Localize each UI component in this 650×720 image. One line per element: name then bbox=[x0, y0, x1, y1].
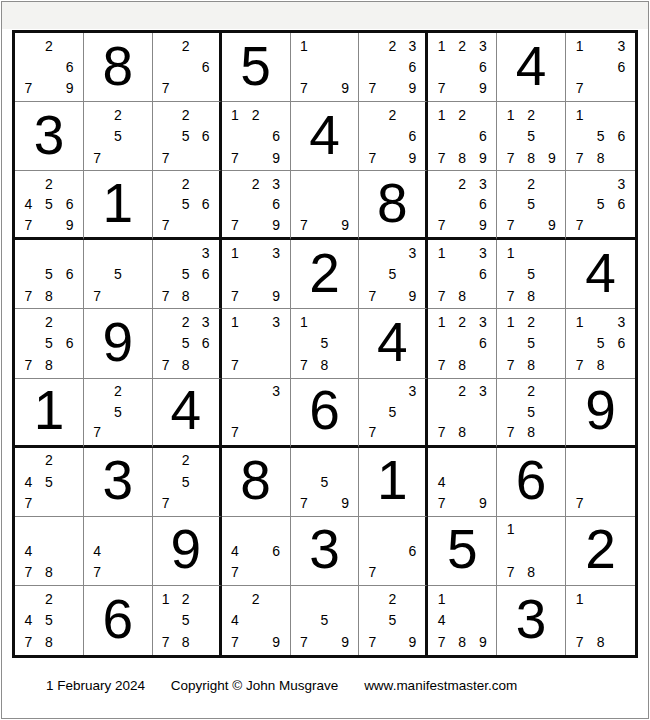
pencil-mark-9 bbox=[59, 354, 80, 375]
pencil-marks: 25678 bbox=[15, 309, 83, 377]
pencil-mark-5: 5 bbox=[176, 264, 196, 285]
pencil-mark-9: 9 bbox=[473, 147, 494, 168]
pencil-mark-3 bbox=[473, 450, 494, 471]
pencil-mark-9 bbox=[541, 422, 562, 443]
pencil-mark-4: 4 bbox=[18, 471, 39, 492]
pencil-mark-6 bbox=[402, 610, 422, 632]
pencil-mark-4 bbox=[156, 56, 176, 77]
pencil-mark-2: 2 bbox=[39, 588, 60, 610]
pencil-mark-8 bbox=[176, 147, 196, 168]
cell-r2c3[interactable]: 2567 bbox=[153, 102, 222, 171]
pencil-marks: 257 bbox=[84, 102, 152, 170]
cell-r4c2[interactable]: 57 bbox=[84, 240, 153, 309]
cell-r3c7[interactable]: 23679 bbox=[428, 171, 497, 240]
pencil-mark-2: 2 bbox=[382, 104, 402, 125]
pencil-mark-6 bbox=[541, 333, 562, 354]
pencil-mark-7: 7 bbox=[569, 78, 590, 99]
cell-r4c7[interactable]: 13678 bbox=[428, 240, 497, 309]
pencil-mark-7: 7 bbox=[18, 215, 39, 236]
pencil-mark-8: 8 bbox=[452, 422, 473, 443]
pencil-mark-4 bbox=[569, 610, 590, 632]
pencil-mark-1: 1 bbox=[569, 35, 590, 56]
pencil-marks: 235678 bbox=[153, 309, 219, 377]
footer: 1 February 2024 Copyright © John Musgrav… bbox=[46, 678, 517, 693]
cell-r6c9[interactable]: 9 bbox=[566, 379, 635, 448]
pencil-mark-5: 5 bbox=[108, 264, 129, 285]
pencil-mark-8 bbox=[108, 147, 129, 168]
pencil-mark-1 bbox=[18, 450, 39, 471]
cell-r5c5[interactable]: 1578 bbox=[291, 309, 360, 378]
pencil-mark-8 bbox=[590, 78, 611, 99]
pencil-mark-3 bbox=[266, 588, 287, 610]
cell-r9c2[interactable]: 6 bbox=[84, 586, 153, 655]
pencil-marks: 35678 bbox=[153, 240, 219, 308]
pencil-mark-7: 7 bbox=[225, 562, 246, 583]
pencil-mark-8: 8 bbox=[452, 631, 473, 653]
cell-r9c5[interactable]: 579 bbox=[291, 586, 360, 655]
pencil-mark-2 bbox=[452, 588, 473, 610]
pencil-mark-8 bbox=[590, 492, 611, 513]
pencil-mark-3: 3 bbox=[473, 381, 494, 402]
pencil-mark-1 bbox=[362, 35, 382, 56]
pencil-mark-7: 7 bbox=[362, 631, 382, 653]
pencil-mark-3 bbox=[59, 35, 80, 56]
cell-r6c4[interactable]: 37 bbox=[222, 379, 291, 448]
cell-r1c4[interactable]: 5 bbox=[222, 33, 291, 102]
pencil-mark-5: 5 bbox=[521, 264, 542, 285]
pencil-mark-3 bbox=[59, 519, 80, 540]
cell-r6c5[interactable]: 6 bbox=[291, 379, 360, 448]
pencil-mark-6: 6 bbox=[473, 194, 494, 215]
cell-r6c7[interactable]: 2378 bbox=[428, 379, 497, 448]
pencil-mark-5 bbox=[452, 401, 473, 422]
solved-digit: 1 bbox=[103, 176, 134, 231]
pencil-mark-4: 4 bbox=[18, 610, 39, 632]
pencil-mark-9: 9 bbox=[473, 215, 494, 236]
cell-r3c5[interactable]: 79 bbox=[291, 171, 360, 240]
cell-r6c3[interactable]: 4 bbox=[153, 379, 222, 448]
pencil-mark-2 bbox=[382, 519, 402, 540]
cell-r6c1[interactable]: 1 bbox=[15, 379, 84, 448]
pencil-marks: 467 bbox=[222, 517, 290, 585]
pencil-mark-2: 2 bbox=[108, 104, 129, 125]
cell-r8c4[interactable]: 467 bbox=[222, 517, 291, 586]
pencil-mark-1: 1 bbox=[225, 311, 246, 332]
cell-r1c7[interactable]: 123679 bbox=[428, 33, 497, 102]
cell-r3c8[interactable]: 2579 bbox=[497, 171, 566, 240]
pencil-mark-9: 9 bbox=[473, 492, 494, 513]
pencil-mark-7: 7 bbox=[294, 492, 315, 513]
pencil-mark-6: 6 bbox=[196, 125, 216, 146]
pencil-mark-9 bbox=[473, 285, 494, 306]
cell-r8c6[interactable]: 67 bbox=[359, 517, 428, 586]
pencil-mark-5 bbox=[521, 540, 542, 561]
pencil-mark-1 bbox=[156, 173, 176, 194]
solved-digit: 9 bbox=[585, 383, 616, 438]
cell-r7c4[interactable]: 8 bbox=[222, 448, 291, 517]
cell-r4c4[interactable]: 1379 bbox=[222, 240, 291, 309]
cell-r2c2[interactable]: 257 bbox=[84, 102, 153, 171]
pencil-mark-3 bbox=[128, 104, 149, 125]
pencil-mark-2 bbox=[521, 242, 542, 263]
pencil-mark-1 bbox=[18, 519, 39, 540]
pencil-mark-8: 8 bbox=[39, 285, 60, 306]
pencil-mark-5: 5 bbox=[39, 610, 60, 632]
pencil-mark-2 bbox=[108, 519, 129, 540]
cell-r3c6[interactable]: 8 bbox=[359, 171, 428, 240]
pencil-marks: 178 bbox=[566, 586, 635, 655]
pencil-mark-2: 2 bbox=[108, 381, 129, 402]
pencil-mark-7: 7 bbox=[500, 422, 521, 443]
pencil-mark-2 bbox=[590, 104, 611, 125]
cell-r4c8[interactable]: 1578 bbox=[497, 240, 566, 309]
pencil-mark-3 bbox=[541, 104, 562, 125]
cell-r3c2[interactable]: 1 bbox=[84, 171, 153, 240]
pencil-mark-9: 9 bbox=[473, 78, 494, 99]
pencil-mark-3 bbox=[335, 450, 356, 471]
cell-r1c3[interactable]: 267 bbox=[153, 33, 222, 102]
cell-r3c4[interactable]: 23679 bbox=[222, 171, 291, 240]
cell-r9c1[interactable]: 24578 bbox=[15, 586, 84, 655]
cell-r5c3[interactable]: 235678 bbox=[153, 309, 222, 378]
pencil-mark-8: 8 bbox=[176, 285, 196, 306]
pencil-mark-9: 9 bbox=[266, 631, 287, 653]
pencil-mark-5: 5 bbox=[39, 194, 60, 215]
pencil-mark-5: 5 bbox=[108, 125, 129, 146]
pencil-mark-7: 7 bbox=[431, 354, 452, 375]
pencil-mark-1 bbox=[362, 381, 382, 402]
pencil-mark-9 bbox=[402, 562, 422, 583]
cell-r2c8[interactable]: 125789 bbox=[497, 102, 566, 171]
pencil-mark-9 bbox=[541, 354, 562, 375]
pencil-mark-9 bbox=[196, 147, 216, 168]
pencil-mark-9 bbox=[611, 492, 632, 513]
pencil-mark-6 bbox=[266, 264, 287, 285]
pencil-mark-4 bbox=[362, 56, 382, 77]
cell-r8c8[interactable]: 178 bbox=[497, 517, 566, 586]
cell-r4c9[interactable]: 4 bbox=[566, 240, 635, 309]
pencil-mark-6: 6 bbox=[402, 56, 422, 77]
pencil-mark-5: 5 bbox=[590, 194, 611, 215]
pencil-mark-7: 7 bbox=[18, 78, 39, 99]
cell-r9c3[interactable]: 12578 bbox=[153, 586, 222, 655]
pencil-mark-9: 9 bbox=[266, 285, 287, 306]
pencil-mark-6: 6 bbox=[59, 333, 80, 354]
cell-r1c1[interactable]: 2679 bbox=[15, 33, 84, 102]
pencil-mark-8 bbox=[245, 631, 266, 653]
pencil-mark-3 bbox=[266, 519, 287, 540]
cell-r7c7[interactable]: 479 bbox=[428, 448, 497, 517]
pencil-mark-7: 7 bbox=[500, 147, 521, 168]
solved-digit: 6 bbox=[516, 453, 547, 508]
pencil-mark-5 bbox=[452, 56, 473, 77]
pencil-mark-1: 1 bbox=[431, 588, 452, 610]
cell-r5c1[interactable]: 25678 bbox=[15, 309, 84, 378]
pencil-marks: 23679 bbox=[359, 33, 425, 101]
pencil-mark-1 bbox=[156, 450, 176, 471]
pencil-mark-2: 2 bbox=[382, 588, 402, 610]
cell-r5c4[interactable]: 137 bbox=[222, 309, 291, 378]
pencil-mark-2 bbox=[245, 242, 266, 263]
pencil-mark-2: 2 bbox=[245, 173, 266, 194]
pencil-mark-7: 7 bbox=[431, 78, 452, 99]
pencil-mark-2: 2 bbox=[452, 104, 473, 125]
cell-r9c6[interactable]: 2579 bbox=[359, 586, 428, 655]
pencil-mark-4 bbox=[156, 125, 176, 146]
cell-r1c2[interactable]: 8 bbox=[84, 33, 153, 102]
pencil-mark-6: 6 bbox=[402, 540, 422, 561]
cell-r2c9[interactable]: 15678 bbox=[566, 102, 635, 171]
cell-r2c4[interactable]: 12679 bbox=[222, 102, 291, 171]
pencil-mark-5: 5 bbox=[39, 471, 60, 492]
pencil-mark-8 bbox=[176, 215, 196, 236]
cell-r8c7[interactable]: 5 bbox=[428, 517, 497, 586]
cell-r8c2[interactable]: 47 bbox=[84, 517, 153, 586]
cell-r7c6[interactable]: 1 bbox=[359, 448, 428, 517]
cell-r1c8[interactable]: 4 bbox=[497, 33, 566, 102]
pencil-mark-8 bbox=[314, 78, 335, 99]
pencil-mark-8: 8 bbox=[39, 631, 60, 653]
pencil-mark-9 bbox=[128, 147, 149, 168]
pencil-mark-1 bbox=[431, 173, 452, 194]
cell-r9c8[interactable]: 3 bbox=[497, 586, 566, 655]
pencil-mark-1 bbox=[18, 35, 39, 56]
cell-r7c8[interactable]: 6 bbox=[497, 448, 566, 517]
pencil-mark-9 bbox=[128, 562, 149, 583]
pencil-mark-2 bbox=[590, 311, 611, 332]
pencil-mark-4 bbox=[431, 125, 452, 146]
pencil-mark-6 bbox=[335, 56, 356, 77]
pencil-mark-5: 5 bbox=[176, 333, 196, 354]
pencil-marks: 123678 bbox=[428, 309, 496, 377]
pencil-mark-3: 3 bbox=[402, 35, 422, 56]
pencil-mark-6 bbox=[128, 540, 149, 561]
pencil-mark-3 bbox=[541, 311, 562, 332]
pencil-mark-1 bbox=[294, 588, 315, 610]
cell-r5c6[interactable]: 4 bbox=[359, 309, 428, 378]
pencil-mark-8 bbox=[108, 422, 129, 443]
cell-r1c6[interactable]: 23679 bbox=[359, 33, 428, 102]
pencil-mark-6: 6 bbox=[473, 56, 494, 77]
pencil-marks: 2567 bbox=[153, 171, 219, 237]
solved-digit: 6 bbox=[309, 383, 340, 438]
pencil-mark-2 bbox=[314, 450, 335, 471]
cell-r2c7[interactable]: 126789 bbox=[428, 102, 497, 171]
cell-r2c6[interactable]: 2679 bbox=[359, 102, 428, 171]
cell-r7c3[interactable]: 257 bbox=[153, 448, 222, 517]
cell-r8c5[interactable]: 3 bbox=[291, 517, 360, 586]
cell-r5c8[interactable]: 12578 bbox=[497, 309, 566, 378]
pencil-marks: 12578 bbox=[497, 309, 565, 377]
cell-r7c2[interactable]: 3 bbox=[84, 448, 153, 517]
pencil-mark-6 bbox=[266, 401, 287, 422]
pencil-mark-7: 7 bbox=[431, 492, 452, 513]
pencil-mark-4 bbox=[431, 194, 452, 215]
pencil-mark-5 bbox=[245, 264, 266, 285]
pencil-mark-3: 3 bbox=[266, 381, 287, 402]
pencil-mark-8: 8 bbox=[314, 354, 335, 375]
pencil-mark-2: 2 bbox=[521, 104, 542, 125]
pencil-mark-5: 5 bbox=[314, 471, 335, 492]
pencil-marks: 57 bbox=[84, 240, 152, 308]
pencil-mark-1 bbox=[156, 104, 176, 125]
pencil-marks: 479 bbox=[428, 448, 496, 516]
pencil-mark-2 bbox=[245, 311, 266, 332]
pencil-mark-4 bbox=[87, 125, 108, 146]
cell-r9c9[interactable]: 178 bbox=[566, 586, 635, 655]
pencil-mark-7: 7 bbox=[18, 562, 39, 583]
pencil-mark-1 bbox=[87, 381, 108, 402]
top-strip bbox=[2, 2, 648, 29]
cell-r5c2[interactable]: 9 bbox=[84, 309, 153, 378]
cell-r4c5[interactable]: 2 bbox=[291, 240, 360, 309]
cell-r3c9[interactable]: 3567 bbox=[566, 171, 635, 240]
pencil-mark-8: 8 bbox=[590, 631, 611, 653]
cell-r8c3[interactable]: 9 bbox=[153, 517, 222, 586]
cell-r2c5[interactable]: 4 bbox=[291, 102, 360, 171]
pencil-mark-4 bbox=[569, 194, 590, 215]
pencil-mark-1 bbox=[362, 242, 382, 263]
pencil-mark-4 bbox=[18, 333, 39, 354]
pencil-mark-8 bbox=[452, 78, 473, 99]
pencil-mark-3 bbox=[196, 173, 216, 194]
pencil-mark-1 bbox=[362, 519, 382, 540]
cell-r8c1[interactable]: 478 bbox=[15, 517, 84, 586]
pencil-marks: 23679 bbox=[428, 171, 496, 237]
pencil-mark-5 bbox=[245, 125, 266, 146]
pencil-mark-6 bbox=[541, 540, 562, 561]
pencil-mark-9 bbox=[335, 354, 356, 375]
pencil-mark-7: 7 bbox=[156, 285, 176, 306]
pencil-marks: 245679 bbox=[15, 171, 83, 237]
pencil-marks: 1578 bbox=[497, 240, 565, 308]
cell-r9c7[interactable]: 14789 bbox=[428, 586, 497, 655]
cell-r7c1[interactable]: 2457 bbox=[15, 448, 84, 517]
pencil-mark-8: 8 bbox=[521, 422, 542, 443]
pencil-mark-3 bbox=[128, 381, 149, 402]
pencil-mark-3: 3 bbox=[473, 173, 494, 194]
pencil-marks: 47 bbox=[84, 517, 152, 585]
pencil-mark-7: 7 bbox=[225, 285, 246, 306]
pencil-mark-7: 7 bbox=[225, 631, 246, 653]
pencil-mark-5: 5 bbox=[108, 401, 129, 422]
pencil-mark-4 bbox=[225, 401, 246, 422]
pencil-mark-3 bbox=[196, 104, 216, 125]
pencil-mark-2: 2 bbox=[39, 311, 60, 332]
pencil-mark-1: 1 bbox=[225, 104, 246, 125]
pencil-mark-1 bbox=[156, 311, 176, 332]
pencil-mark-4 bbox=[294, 56, 315, 77]
pencil-mark-6 bbox=[266, 610, 287, 632]
pencil-mark-2 bbox=[314, 311, 335, 332]
pencil-mark-8 bbox=[382, 562, 402, 583]
pencil-mark-8: 8 bbox=[521, 147, 542, 168]
pencil-mark-4 bbox=[569, 56, 590, 77]
pencil-mark-9: 9 bbox=[335, 631, 356, 653]
pencil-marks: 2567 bbox=[153, 102, 219, 170]
pencil-mark-8 bbox=[382, 147, 402, 168]
pencil-mark-7: 7 bbox=[431, 215, 452, 236]
pencil-mark-4 bbox=[156, 264, 176, 285]
pencil-mark-4: 4 bbox=[87, 540, 108, 561]
pencil-mark-2: 2 bbox=[245, 588, 266, 610]
pencil-mark-6 bbox=[335, 471, 356, 492]
pencil-mark-5 bbox=[245, 610, 266, 632]
pencil-mark-6 bbox=[541, 194, 562, 215]
pencil-mark-7: 7 bbox=[569, 354, 590, 375]
pencil-mark-7: 7 bbox=[87, 147, 108, 168]
solved-digit: 8 bbox=[240, 453, 271, 508]
pencil-mark-5 bbox=[245, 401, 266, 422]
pencil-mark-2: 2 bbox=[39, 450, 60, 471]
pencil-mark-8 bbox=[314, 492, 335, 513]
cell-r9c4[interactable]: 2479 bbox=[222, 586, 291, 655]
cell-r1c9[interactable]: 1367 bbox=[566, 33, 635, 102]
cell-r1c5[interactable]: 179 bbox=[291, 33, 360, 102]
pencil-mark-7: 7 bbox=[294, 215, 315, 236]
pencil-mark-5 bbox=[590, 471, 611, 492]
pencil-mark-6: 6 bbox=[59, 264, 80, 285]
pencil-mark-2: 2 bbox=[176, 311, 196, 332]
pencil-mark-9: 9 bbox=[335, 492, 356, 513]
cell-r6c8[interactable]: 2578 bbox=[497, 379, 566, 448]
pencil-mark-6: 6 bbox=[611, 125, 632, 146]
cell-r4c3[interactable]: 35678 bbox=[153, 240, 222, 309]
pencil-mark-5 bbox=[452, 471, 473, 492]
pencil-mark-5 bbox=[382, 540, 402, 561]
cell-r8c9[interactable]: 2 bbox=[566, 517, 635, 586]
cell-r3c1[interactable]: 245679 bbox=[15, 171, 84, 240]
pencil-mark-2 bbox=[452, 450, 473, 471]
pencil-mark-9 bbox=[473, 354, 494, 375]
pencil-mark-1: 1 bbox=[500, 519, 521, 540]
cell-r4c1[interactable]: 5678 bbox=[15, 240, 84, 309]
pencil-mark-2 bbox=[590, 35, 611, 56]
pencil-mark-3: 3 bbox=[402, 381, 422, 402]
pencil-mark-7: 7 bbox=[18, 285, 39, 306]
cell-r4c6[interactable]: 3579 bbox=[359, 240, 428, 309]
pencil-mark-9 bbox=[196, 215, 216, 236]
cell-r5c7[interactable]: 123678 bbox=[428, 309, 497, 378]
cell-r7c5[interactable]: 579 bbox=[291, 448, 360, 517]
cell-r7c9[interactable]: 7 bbox=[566, 448, 635, 517]
pencil-mark-3 bbox=[402, 588, 422, 610]
pencil-mark-4 bbox=[156, 333, 176, 354]
pencil-mark-2 bbox=[245, 381, 266, 402]
pencil-mark-7: 7 bbox=[156, 492, 176, 513]
pencil-marks: 126789 bbox=[428, 102, 496, 170]
pencil-mark-8 bbox=[245, 354, 266, 375]
pencil-mark-1 bbox=[500, 381, 521, 402]
pencil-mark-3 bbox=[335, 173, 356, 194]
pencil-mark-9 bbox=[128, 422, 149, 443]
pencil-mark-3 bbox=[473, 104, 494, 125]
pencil-mark-6 bbox=[402, 401, 422, 422]
pencil-mark-6: 6 bbox=[59, 56, 80, 77]
cell-r6c2[interactable]: 257 bbox=[84, 379, 153, 448]
pencil-mark-4 bbox=[500, 125, 521, 146]
solved-digit: 4 bbox=[377, 315, 408, 370]
cell-r5c9[interactable]: 135678 bbox=[566, 309, 635, 378]
pencil-mark-3 bbox=[196, 35, 216, 56]
pencil-mark-4 bbox=[500, 194, 521, 215]
pencil-mark-4 bbox=[225, 194, 246, 215]
cell-r6c6[interactable]: 357 bbox=[359, 379, 428, 448]
pencil-mark-7: 7 bbox=[500, 215, 521, 236]
cell-r3c3[interactable]: 2567 bbox=[153, 171, 222, 240]
cell-r2c1[interactable]: 3 bbox=[15, 102, 84, 171]
pencil-mark-2: 2 bbox=[39, 173, 60, 194]
